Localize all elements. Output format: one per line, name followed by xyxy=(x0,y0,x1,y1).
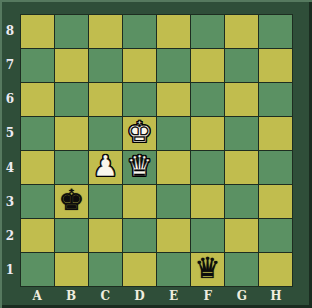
square-c4[interactable]: ♟ xyxy=(89,151,122,184)
file-label-a: A xyxy=(20,287,54,307)
rank-labels: 87654321 xyxy=(0,14,20,287)
file-label-f: F xyxy=(191,287,225,307)
square-g8[interactable] xyxy=(225,15,258,48)
square-e3[interactable] xyxy=(157,185,190,218)
file-label-e: E xyxy=(157,287,191,307)
file-label-c: C xyxy=(88,287,122,307)
rank-label-2: 2 xyxy=(0,219,20,253)
chess-board[interactable]: ♚♟♛♚♛ xyxy=(20,14,293,287)
square-a2[interactable] xyxy=(21,219,54,252)
square-g5[interactable] xyxy=(225,117,258,150)
black-queen[interactable]: ♛ xyxy=(195,254,221,283)
white-queen[interactable]: ♛ xyxy=(127,152,153,181)
square-d4[interactable]: ♛ xyxy=(123,151,156,184)
square-a5[interactable] xyxy=(21,117,54,150)
square-h1[interactable] xyxy=(259,253,292,286)
square-b4[interactable] xyxy=(55,151,88,184)
square-h6[interactable] xyxy=(259,83,292,116)
white-pawn[interactable]: ♟ xyxy=(93,152,119,181)
square-a3[interactable] xyxy=(21,185,54,218)
file-labels: ABCDEFGH xyxy=(20,287,293,307)
square-d7[interactable] xyxy=(123,49,156,82)
black-king[interactable]: ♚ xyxy=(59,186,85,215)
square-a4[interactable] xyxy=(21,151,54,184)
square-h7[interactable] xyxy=(259,49,292,82)
square-h2[interactable] xyxy=(259,219,292,252)
square-f3[interactable] xyxy=(191,185,224,218)
square-e2[interactable] xyxy=(157,219,190,252)
square-d8[interactable] xyxy=(123,15,156,48)
square-f8[interactable] xyxy=(191,15,224,48)
square-e8[interactable] xyxy=(157,15,190,48)
square-c2[interactable] xyxy=(89,219,122,252)
chess-diagram: 87654321 ♚♟♛♚♛ ABCDEFGH xyxy=(0,0,312,308)
rank-label-6: 6 xyxy=(0,82,20,116)
file-label-d: D xyxy=(122,287,156,307)
rank-label-5: 5 xyxy=(0,116,20,150)
square-d1[interactable] xyxy=(123,253,156,286)
square-c7[interactable] xyxy=(89,49,122,82)
square-g1[interactable] xyxy=(225,253,258,286)
square-b5[interactable] xyxy=(55,117,88,150)
square-b8[interactable] xyxy=(55,15,88,48)
square-d2[interactable] xyxy=(123,219,156,252)
square-e4[interactable] xyxy=(157,151,190,184)
square-a7[interactable] xyxy=(21,49,54,82)
square-f1[interactable]: ♛ xyxy=(191,253,224,286)
rank-label-4: 4 xyxy=(0,151,20,185)
square-e7[interactable] xyxy=(157,49,190,82)
square-c8[interactable] xyxy=(89,15,122,48)
square-f4[interactable] xyxy=(191,151,224,184)
square-f6[interactable] xyxy=(191,83,224,116)
square-b7[interactable] xyxy=(55,49,88,82)
square-h3[interactable] xyxy=(259,185,292,218)
square-d3[interactable] xyxy=(123,185,156,218)
square-d5[interactable]: ♚ xyxy=(123,117,156,150)
square-f7[interactable] xyxy=(191,49,224,82)
square-e5[interactable] xyxy=(157,117,190,150)
square-e1[interactable] xyxy=(157,253,190,286)
square-b6[interactable] xyxy=(55,83,88,116)
rank-label-1: 1 xyxy=(0,253,20,287)
rank-label-3: 3 xyxy=(0,185,20,219)
square-a6[interactable] xyxy=(21,83,54,116)
square-c3[interactable] xyxy=(89,185,122,218)
square-b1[interactable] xyxy=(55,253,88,286)
square-g6[interactable] xyxy=(225,83,258,116)
square-h5[interactable] xyxy=(259,117,292,150)
square-g3[interactable] xyxy=(225,185,258,218)
square-g7[interactable] xyxy=(225,49,258,82)
square-g2[interactable] xyxy=(225,219,258,252)
square-b2[interactable] xyxy=(55,219,88,252)
file-label-h: H xyxy=(259,287,293,307)
square-c5[interactable] xyxy=(89,117,122,150)
file-label-b: B xyxy=(54,287,88,307)
square-h8[interactable] xyxy=(259,15,292,48)
square-h4[interactable] xyxy=(259,151,292,184)
square-f5[interactable] xyxy=(191,117,224,150)
white-king[interactable]: ♚ xyxy=(127,118,153,147)
square-c1[interactable] xyxy=(89,253,122,286)
square-a8[interactable] xyxy=(21,15,54,48)
square-a1[interactable] xyxy=(21,253,54,286)
square-g4[interactable] xyxy=(225,151,258,184)
square-d6[interactable] xyxy=(123,83,156,116)
file-label-g: G xyxy=(225,287,259,307)
rank-label-8: 8 xyxy=(0,14,20,48)
square-c6[interactable] xyxy=(89,83,122,116)
square-e6[interactable] xyxy=(157,83,190,116)
square-b3[interactable]: ♚ xyxy=(55,185,88,218)
rank-label-7: 7 xyxy=(0,48,20,82)
square-f2[interactable] xyxy=(191,219,224,252)
